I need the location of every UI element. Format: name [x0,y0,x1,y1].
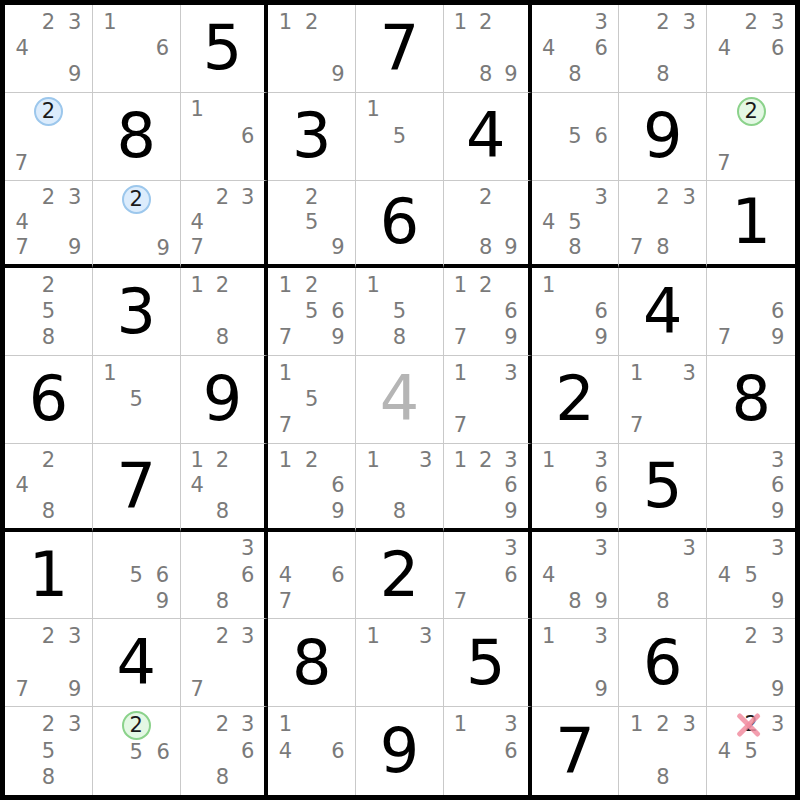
candidate-slot [325,272,351,298]
candidate-slot [97,413,123,439]
candidate-digit: 8 [210,498,235,523]
candidate-digit: 2 [210,711,235,738]
candidate-highlight-blue: 2 [34,97,63,126]
candidate-slot [536,676,562,702]
candidate-digit: 3 [676,360,702,386]
candidate-digit: 1 [448,9,473,35]
candidate-slot [498,413,523,439]
candidate-slot [386,448,412,473]
cell-r8c3[interactable]: 237 [181,619,269,707]
sudoku-grid: 2349165129712893468238234627816315456927… [0,0,800,800]
candidate-digit: 9 [149,588,175,614]
candidate-slot [711,588,738,614]
candidate-slot [386,676,412,702]
candidate-slot [185,123,210,149]
candidate-slot [536,498,562,523]
cell-r5c8[interactable]: 137 [619,356,707,444]
candidate-slot [272,299,298,325]
candidate-digit: 8 [650,235,676,260]
candidate-slot [9,738,35,765]
candidate-slot [35,676,61,702]
cell-r8c5[interactable]: 13 [356,619,444,707]
cell-r3c5[interactable]: 6 [356,181,444,269]
cell-r7c6[interactable]: 367 [444,532,532,620]
candidate-digit: 4 [536,35,562,61]
candidate-slot [299,562,325,588]
candidate-digit: 9 [764,498,791,523]
candidate-slot [386,650,412,676]
candidate-slot [9,623,35,649]
candidate-slot [473,299,498,325]
cell-r4c4[interactable]: 125679 [268,268,356,356]
candidate-slot [588,235,614,260]
candidate-slot [413,676,439,702]
candidate-slot [9,97,34,126]
candidate-slot [623,210,649,235]
candidate-slot [473,473,498,498]
placed-digit: 7 [93,444,180,528]
candidate-slot [711,676,738,702]
cell-r1c7[interactable]: 3468 [532,5,620,93]
candidate-digit: 9 [325,235,351,260]
candidate-digit: 3 [764,536,791,562]
candidate-slot [325,9,351,35]
candidate-slot [325,536,351,562]
cell-r3c4[interactable]: 259 [268,181,356,269]
placed-digit: 4 [619,268,706,355]
candidate-digit: 5 [738,738,765,765]
candidate-slot [122,237,151,260]
candidate-slot [325,185,351,210]
candidate-slot [185,711,210,738]
candidate-digit: 9 [62,235,88,260]
candidate-slot [149,360,175,386]
candidate-digit: 2 [650,185,676,210]
candidate-slot [413,473,439,498]
candidate-slot [235,325,260,351]
candidate-slot [536,62,562,88]
candidate-slot [122,766,151,791]
candidate-digit: 5 [738,562,765,588]
candidate-slot [34,151,63,176]
candidate-digit: 8 [473,235,498,260]
candidate-slot [35,473,61,498]
cell-r4c1[interactable]: 258 [5,268,93,356]
candidate-digit: 2 [299,448,325,473]
candidate-digit: 1 [448,711,473,738]
candidate-digit: 4 [185,210,210,235]
cell-r6c8[interactable]: 5 [619,444,707,532]
cell-r2c6[interactable]: 4 [444,93,532,181]
candidate-digit: 9 [325,62,351,88]
candidate-slot [623,62,649,88]
candidate-slot [448,498,473,523]
candidate-slot [650,536,676,562]
candidate-digit: 6 [498,473,523,498]
cell-r7c1[interactable]: 1 [5,532,93,620]
candidate-digit: 1 [623,711,649,738]
candidate-digit: 2 [473,185,498,210]
cell-r8c8[interactable]: 6 [619,619,707,707]
cell-r7c4[interactable]: 467 [268,532,356,620]
candidate-grid: 129 [268,5,355,92]
candidate-slot [149,536,175,562]
cell-r5c2[interactable]: 15 [93,356,181,444]
candidate-digit: 3 [676,711,702,738]
cell-r3c2[interactable]: 29 [93,181,181,269]
candidate-slot [536,473,562,498]
candidate-digit: 3 [764,623,791,649]
candidate-slot [711,498,738,523]
candidate-slot [97,214,122,237]
candidate-slot [473,588,498,614]
cell-r1c6[interactable]: 1289 [444,5,532,93]
candidate-slot [413,149,439,175]
candidate-slot [413,650,439,676]
candidate-slot [97,35,123,61]
candidate-slot [536,149,562,175]
candidate-slot [676,738,702,765]
candidate-digit: 8 [650,764,676,791]
candidate-slot: 2 [122,711,151,740]
cell-r8c9[interactable]: 239 [707,619,795,707]
cell-r2c5[interactable]: 15 [356,93,444,181]
cell-r3c7[interactable]: 3458 [532,181,620,269]
candidate-digit: 3 [764,448,791,473]
candidate-slot [498,272,523,298]
candidate-digit: 5 [123,562,149,588]
cell-r4c3[interactable]: 128 [181,268,269,356]
candidate-slot [235,588,260,614]
candidate-digit: 8 [210,588,235,614]
candidate-slot [711,711,738,738]
candidate-slot [235,235,260,260]
candidate-grid: 38 [619,532,706,619]
candidate-slot [210,97,235,123]
cell-r1c2[interactable]: 16 [93,5,181,93]
candidate-slot [9,650,35,676]
cell-r6c4[interactable]: 1269 [268,444,356,532]
candidate-grid: 256 [93,707,180,795]
cell-r8c6[interactable]: 5 [444,619,532,707]
cell-r6c6[interactable]: 12369 [444,444,532,532]
placed-digit: 2 [532,356,619,443]
candidate-digit: 3 [413,448,439,473]
candidate-slot [272,35,298,61]
candidate-slot [473,498,498,523]
pending-digit: 4 [356,356,443,443]
candidate-digit: 2 [210,623,235,649]
cell-r3c6[interactable]: 289 [444,181,532,269]
candidate-digit: 4 [9,473,35,498]
candidate-slot [210,235,235,260]
candidate-digit: 7 [711,325,738,351]
candidate-digit: 3 [62,623,88,649]
cell-r1c1[interactable]: 2349 [5,5,93,93]
candidate-slot [588,272,614,298]
candidate-digit: 8 [210,325,235,351]
candidate-slot [473,325,498,351]
candidate-slot [325,588,351,614]
candidate-slot [235,650,260,676]
candidate-slot [498,764,523,791]
cell-r6c5[interactable]: 138 [356,444,444,532]
cell-r5c7[interactable]: 2 [532,356,620,444]
cell-r4c9[interactable]: 679 [707,268,795,356]
candidate-slot [235,272,260,298]
candidate-digit: 2 [473,448,498,473]
placed-digit: 9 [619,93,706,180]
cell-r1c5[interactable]: 7 [356,5,444,93]
cell-r8c7[interactable]: 139 [532,619,620,707]
cell-r3c8[interactable]: 2378 [619,181,707,269]
cell-r2c9[interactable]: 27 [707,93,795,181]
candidate-slot [185,623,210,649]
candidate-grid: 2347 [181,181,265,265]
candidate-slot [149,62,175,88]
candidate-slot [62,35,88,61]
candidate-grid: 2368 [181,707,265,795]
candidate-digit: 4 [711,562,738,588]
candidate-slot [386,97,412,123]
candidate-digit: 9 [588,498,614,523]
candidate-digit: 6 [498,562,523,588]
candidate-digit: 1 [97,9,123,35]
cell-r2c2[interactable]: 8 [93,93,181,181]
candidate-slot [536,299,562,325]
cell-r5c1[interactable]: 6 [5,356,93,444]
candidate-slot [473,386,498,412]
candidate-digit: 9 [151,237,176,260]
cell-r9c6[interactable]: 136 [444,707,532,795]
candidate-slot [272,235,298,260]
candidate-slot [185,299,210,325]
cell-r9c4[interactable]: 146 [268,707,356,795]
candidate-slot [63,151,88,176]
cell-r5c3[interactable]: 9 [181,356,269,444]
placed-digit: 1 [707,181,795,265]
candidate-slot [737,151,766,176]
candidate-grid: 16 [181,93,265,180]
cell-r7c7[interactable]: 3489 [532,532,620,620]
candidate-grid: 136 [444,707,528,795]
candidate-grid: 137 [619,356,706,443]
placed-digit: 5 [619,444,706,528]
placed-digit: 4 [444,93,528,180]
candidate-digit: 2 [35,448,61,473]
cell-r2c7[interactable]: 56 [532,93,620,181]
cell-r6c7[interactable]: 1369 [532,444,620,532]
candidate-slot [413,498,439,523]
cell-r7c8[interactable]: 38 [619,532,707,620]
candidate-slot [9,299,35,325]
candidate-digit: 7 [185,676,210,702]
cell-r7c9[interactable]: 3459 [707,532,795,620]
candidate-slot [623,764,649,791]
candidate-slot [562,325,588,351]
cell-r6c2[interactable]: 7 [93,444,181,532]
candidate-slot [623,588,649,614]
cell-r9c9[interactable]: 2345 [707,707,795,795]
candidate-digit: 1 [360,448,386,473]
candidate-grid: 3458 [532,181,619,265]
candidate-slot [536,588,562,614]
candidate-slot [299,498,325,523]
candidate-digit: 1 [272,9,298,35]
candidate-slot [473,764,498,791]
cell-r3c1[interactable]: 23479 [5,181,93,269]
cell-r9c3[interactable]: 2368 [181,707,269,795]
placed-digit: 3 [268,93,355,180]
candidate-digit: 1 [536,623,562,649]
candidate-slot [536,650,562,676]
candidate-digit: 5 [299,210,325,235]
candidate-slot [386,149,412,175]
cell-r6c3[interactable]: 1248 [181,444,269,532]
cell-r4c7[interactable]: 169 [532,268,620,356]
cell-r1c3[interactable]: 5 [181,5,269,93]
candidate-digit: 4 [711,738,738,765]
candidate-slot [62,650,88,676]
cell-r7c3[interactable]: 368 [181,532,269,620]
candidate-slot [360,299,386,325]
candidate-digit: 9 [764,325,791,351]
candidate-digit: 1 [448,272,473,298]
cell-r5c5[interactable]: 4 [356,356,444,444]
cell-r4c6[interactable]: 12679 [444,268,532,356]
candidate-slot [123,9,149,35]
candidate-slot [325,764,351,791]
candidate-slot [185,764,210,791]
candidate-slot [299,711,325,738]
cell-r9c2[interactable]: 256 [93,707,181,795]
candidate-slot [536,123,562,149]
candidate-slot [737,126,766,151]
candidate-slot [711,299,738,325]
candidate-slot [738,272,765,298]
cell-r8c1[interactable]: 2379 [5,619,93,707]
candidate-slot [9,272,35,298]
candidate-slot [185,325,210,351]
candidate-digit: 5 [299,386,325,412]
cell-r1c4[interactable]: 129 [268,5,356,93]
candidate-digit: 1 [272,272,298,298]
candidate-slot [738,588,765,614]
cell-r2c1[interactable]: 27 [5,93,93,181]
candidate-digit: 5 [35,738,61,765]
candidate-digit: 3 [676,9,702,35]
cell-r2c8[interactable]: 9 [619,93,707,181]
cell-r6c9[interactable]: 369 [707,444,795,532]
cell-r9c7[interactable]: 7 [532,707,620,795]
cell-r1c8[interactable]: 238 [619,5,707,93]
cell-r8c4[interactable]: 8 [268,619,356,707]
cell-r8c2[interactable]: 4 [93,619,181,707]
cell-r9c5[interactable]: 9 [356,707,444,795]
candidate-slot [562,473,588,498]
candidate-grid: 239 [707,619,795,706]
candidate-slot [386,473,412,498]
cell-r3c3[interactable]: 2347 [181,181,269,269]
candidate-digit: 9 [498,62,523,88]
candidate-digit: 6 [325,473,351,498]
candidate-slot [97,237,122,260]
cell-r5c9[interactable]: 8 [707,356,795,444]
placed-digit: 8 [93,93,180,180]
candidate-digit: 3 [588,623,614,649]
candidate-digit: 2 [650,711,676,738]
candidate-slot [562,9,588,35]
candidate-slot [9,764,35,791]
candidate-slot [676,35,702,61]
cell-r4c5[interactable]: 158 [356,268,444,356]
candidate-digit: 7 [185,235,210,260]
candidate-digit: 7 [623,413,649,439]
candidate-slot [272,185,298,210]
candidate-digit: 2 [299,9,325,35]
candidate-slot [623,738,649,765]
candidate-grid: 368 [181,532,265,619]
candidate-slot [272,473,298,498]
cell-r4c2[interactable]: 3 [93,268,181,356]
cell-r6c1[interactable]: 248 [5,444,93,532]
candidate-slot [623,35,649,61]
candidate-slot [149,413,175,439]
candidate-highlight-green: 2 [122,711,151,740]
candidate-grid: 12369 [444,444,528,528]
cell-r2c4[interactable]: 3 [268,93,356,181]
candidate-digit: 9 [62,676,88,702]
candidate-digit: 5 [123,386,149,412]
candidate-slot [123,536,149,562]
candidate-slot [9,325,35,351]
cell-r1c9[interactable]: 2346 [707,5,795,93]
candidate-digit: 7 [9,235,35,260]
candidate-digit: 5 [122,740,151,765]
candidate-slot [650,210,676,235]
cell-r5c6[interactable]: 137 [444,356,532,444]
cell-r2c3[interactable]: 16 [181,93,269,181]
cell-r9c1[interactable]: 2358 [5,707,93,795]
candidate-grid: 2345 [707,707,795,795]
candidate-slot [235,676,260,702]
candidate-slot [185,185,210,210]
cell-r3c9[interactable]: 1 [707,181,795,269]
candidate-slot [766,151,791,176]
candidate-slot [149,386,175,412]
candidate-slot [325,448,351,473]
candidate-slot [623,562,649,588]
cell-r9c8[interactable]: 1238 [619,707,707,795]
cell-r7c2[interactable]: 569 [93,532,181,620]
candidate-digit: 1 [272,711,298,738]
candidate-slot [185,650,210,676]
candidate-slot [711,536,738,562]
candidate-grid: 1269 [268,444,355,528]
candidate-slot [210,738,235,765]
cell-r7c5[interactable]: 2 [356,532,444,620]
candidate-slot [676,386,702,412]
candidate-slot [498,35,523,61]
cell-r5c4[interactable]: 157 [268,356,356,444]
candidate-slot [562,97,588,123]
candidate-slot [562,35,588,61]
candidate-slot [325,413,351,439]
candidate-slot [151,766,176,791]
candidate-digit: 8 [650,62,676,88]
cell-r4c8[interactable]: 4 [619,268,707,356]
candidate-slot [272,210,298,235]
